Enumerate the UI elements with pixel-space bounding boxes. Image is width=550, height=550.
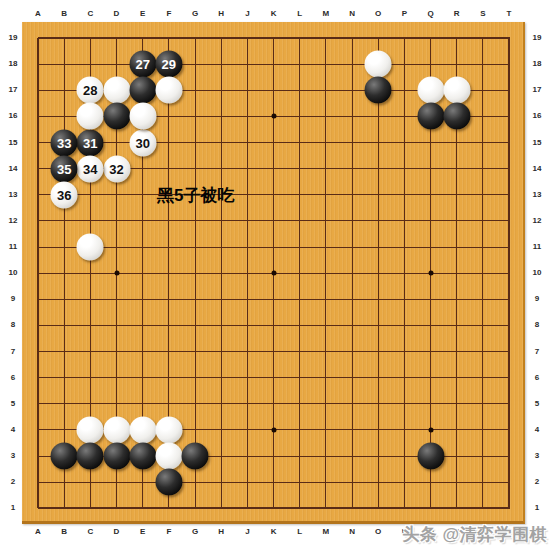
coord-label-bottom: O bbox=[375, 528, 381, 536]
stone-C17[interactable]: 28 bbox=[77, 77, 104, 104]
watermark: 头条 @清弈学围棋 bbox=[402, 523, 547, 546]
coord-label-bottom: L bbox=[297, 528, 302, 536]
coord-label-top: B bbox=[61, 10, 67, 18]
coord-label-right: 16 bbox=[533, 112, 542, 120]
coord-label-top: J bbox=[245, 10, 249, 18]
stone-number: 33 bbox=[57, 136, 71, 149]
coord-label-right: 5 bbox=[535, 400, 539, 408]
coord-label-left: 1 bbox=[11, 504, 15, 512]
coord-label-top: N bbox=[349, 10, 355, 18]
stone-number: 35 bbox=[57, 162, 71, 175]
star-point bbox=[271, 271, 276, 276]
coord-label-left: 8 bbox=[11, 321, 15, 329]
coord-label-right: 10 bbox=[533, 269, 542, 277]
grid-line-horizontal bbox=[38, 482, 510, 483]
grid-line-horizontal bbox=[38, 299, 510, 300]
stone-G3[interactable] bbox=[182, 443, 209, 470]
stone-B15[interactable]: 33 bbox=[51, 129, 78, 156]
coord-label-right: 9 bbox=[535, 295, 539, 303]
stone-F4[interactable] bbox=[155, 416, 182, 443]
star-point bbox=[271, 114, 276, 119]
stone-number: 27 bbox=[135, 58, 149, 71]
stone-Q16[interactable] bbox=[417, 103, 444, 130]
coord-label-top: O bbox=[375, 10, 381, 18]
stone-B13[interactable]: 36 bbox=[51, 181, 78, 208]
grid-line-horizontal bbox=[38, 351, 510, 352]
grid-line-vertical bbox=[508, 38, 510, 508]
stone-B3[interactable] bbox=[51, 443, 78, 470]
coord-label-bottom: H bbox=[218, 528, 224, 536]
stone-C11[interactable] bbox=[77, 234, 104, 261]
stone-E17[interactable] bbox=[129, 77, 156, 104]
coord-label-right: 6 bbox=[535, 374, 539, 382]
coord-label-top: F bbox=[166, 10, 171, 18]
coord-label-top: K bbox=[271, 10, 277, 18]
stone-D16[interactable] bbox=[103, 103, 130, 130]
star-point bbox=[114, 271, 119, 276]
stone-D3[interactable] bbox=[103, 443, 130, 470]
grid-line-horizontal bbox=[38, 247, 510, 248]
coord-label-left: 16 bbox=[9, 112, 18, 120]
coord-label-right: 13 bbox=[533, 191, 542, 199]
capture-annotation: 黑5子被吃 bbox=[157, 184, 234, 207]
grid-line-horizontal bbox=[38, 325, 510, 326]
coord-label-left: 4 bbox=[11, 426, 15, 434]
coord-label-top: M bbox=[323, 10, 330, 18]
coord-label-right: 11 bbox=[533, 243, 541, 251]
stone-Q3[interactable] bbox=[417, 443, 444, 470]
stone-number: 36 bbox=[57, 188, 71, 201]
grid-line-horizontal bbox=[38, 403, 510, 404]
coord-label-left: 3 bbox=[11, 452, 15, 460]
coord-label-left: 17 bbox=[9, 86, 18, 94]
coord-label-bottom: G bbox=[192, 528, 198, 536]
star-point bbox=[271, 427, 276, 432]
coord-label-left: 10 bbox=[9, 269, 18, 277]
stone-C15[interactable]: 31 bbox=[77, 129, 104, 156]
stone-E16[interactable] bbox=[129, 103, 156, 130]
stone-C14[interactable]: 34 bbox=[77, 155, 104, 182]
grid-line-horizontal bbox=[38, 220, 510, 221]
stone-E15[interactable]: 30 bbox=[129, 129, 156, 156]
grid-line-vertical bbox=[325, 38, 326, 508]
coord-label-left: 6 bbox=[11, 374, 15, 382]
coord-label-bottom: K bbox=[271, 528, 277, 536]
coord-label-left: 15 bbox=[9, 139, 18, 147]
coord-label-right: 3 bbox=[535, 452, 539, 460]
coord-label-right: 7 bbox=[535, 348, 539, 356]
coord-label-bottom: J bbox=[245, 528, 249, 536]
coord-label-right: 17 bbox=[533, 86, 542, 94]
stone-C16[interactable] bbox=[77, 103, 104, 130]
coord-label-top: P bbox=[402, 10, 407, 18]
coord-label-left: 11 bbox=[9, 243, 17, 251]
coord-label-top: H bbox=[218, 10, 224, 18]
coord-label-bottom: B bbox=[61, 528, 67, 536]
grid-line-horizontal bbox=[38, 37, 510, 39]
stone-D4[interactable] bbox=[103, 416, 130, 443]
coord-label-top: S bbox=[480, 10, 485, 18]
coord-label-left: 14 bbox=[9, 165, 18, 173]
coord-label-bottom: F bbox=[166, 528, 171, 536]
stone-number: 34 bbox=[83, 162, 97, 175]
stone-E18[interactable]: 27 bbox=[129, 51, 156, 78]
grid-line-vertical bbox=[378, 38, 379, 508]
coord-label-right: 18 bbox=[533, 60, 542, 68]
coord-label-top: L bbox=[297, 10, 302, 18]
coord-label-right: 12 bbox=[533, 217, 542, 225]
coord-label-left: 2 bbox=[11, 478, 15, 486]
stone-D14[interactable]: 32 bbox=[103, 155, 130, 182]
coord-label-right: 14 bbox=[533, 165, 542, 173]
coord-label-bottom: N bbox=[349, 528, 355, 536]
grid-line-vertical bbox=[352, 38, 353, 508]
stone-number: 29 bbox=[162, 58, 176, 71]
coord-label-top: Q bbox=[427, 10, 433, 18]
star-point bbox=[428, 271, 433, 276]
stone-number: 31 bbox=[83, 136, 97, 149]
coord-label-top: A bbox=[35, 10, 41, 18]
coord-label-bottom: C bbox=[87, 528, 93, 536]
coord-label-right: 15 bbox=[533, 139, 542, 147]
coord-label-top: C bbox=[87, 10, 93, 18]
stone-O18[interactable] bbox=[365, 51, 392, 78]
stone-F18[interactable]: 29 bbox=[155, 51, 182, 78]
stone-B14[interactable]: 35 bbox=[51, 155, 78, 182]
coord-label-right: 4 bbox=[535, 426, 539, 434]
coord-label-bottom: D bbox=[114, 528, 120, 536]
coord-label-top: D bbox=[114, 10, 120, 18]
coord-label-bottom: M bbox=[323, 528, 330, 536]
grid-line-horizontal bbox=[38, 377, 510, 378]
coord-label-left: 9 bbox=[11, 295, 15, 303]
grid-line-horizontal bbox=[38, 142, 510, 143]
coord-label-left: 12 bbox=[9, 217, 18, 225]
stone-C3[interactable] bbox=[77, 443, 104, 470]
grid-line-horizontal bbox=[38, 507, 510, 509]
stone-number: 32 bbox=[109, 162, 123, 175]
coord-label-top: T bbox=[507, 10, 512, 18]
stone-R17[interactable] bbox=[443, 77, 470, 104]
coord-label-right: 1 bbox=[535, 504, 539, 512]
coord-label-top: G bbox=[192, 10, 198, 18]
coord-label-right: 2 bbox=[535, 478, 539, 486]
grid-line-vertical bbox=[299, 38, 300, 508]
stone-F2[interactable] bbox=[155, 469, 182, 496]
stone-E4[interactable] bbox=[129, 416, 156, 443]
stone-F3[interactable] bbox=[155, 443, 182, 470]
coord-label-right: 19 bbox=[533, 34, 542, 42]
stone-Q17[interactable] bbox=[417, 77, 444, 104]
stone-O17[interactable] bbox=[365, 77, 392, 104]
coord-label-right: 8 bbox=[535, 321, 539, 329]
grid-line-horizontal bbox=[38, 194, 510, 195]
coord-label-top: E bbox=[140, 10, 145, 18]
grid-line-vertical bbox=[482, 38, 483, 508]
stone-number: 28 bbox=[83, 84, 97, 97]
coord-label-left: 5 bbox=[11, 400, 15, 408]
coord-label-bottom: E bbox=[140, 528, 145, 536]
coord-label-left: 18 bbox=[9, 60, 18, 68]
stone-F17[interactable] bbox=[155, 77, 182, 104]
go-diagram: AABBCCDDEEFFGGHHJJKKLLMMNNOOPPQQRRSSTT19… bbox=[0, 0, 550, 550]
star-point bbox=[428, 427, 433, 432]
stone-number: 30 bbox=[135, 136, 149, 149]
coord-label-left: 19 bbox=[9, 34, 18, 42]
stone-D17[interactable] bbox=[103, 77, 130, 104]
coord-label-top: R bbox=[454, 10, 460, 18]
coord-label-left: 7 bbox=[11, 348, 15, 356]
stone-R16[interactable] bbox=[443, 103, 470, 130]
coord-label-left: 13 bbox=[9, 191, 18, 199]
stone-E3[interactable] bbox=[129, 443, 156, 470]
stone-C4[interactable] bbox=[77, 416, 104, 443]
grid-line-vertical bbox=[404, 38, 405, 508]
coord-label-bottom: A bbox=[35, 528, 41, 536]
grid-line-horizontal bbox=[38, 64, 510, 65]
